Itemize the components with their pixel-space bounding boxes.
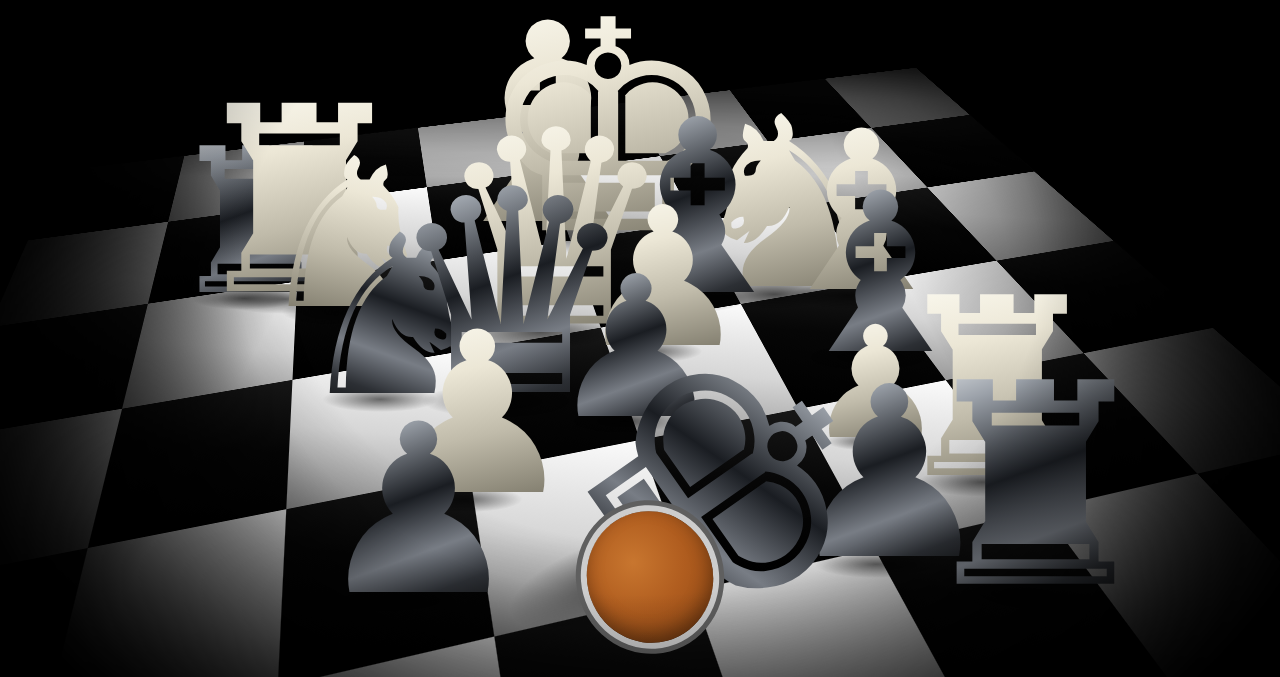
chess-photo-scene: ♜♜♞♞♝♚♛♛♟♝♟♞♝♝♟♜♟♟♟♜♚ xyxy=(0,0,1280,677)
black-rook-glyph: ♜ xyxy=(910,347,1161,627)
black-pawn-glyph: ♟ xyxy=(313,393,524,628)
pieces-layer: ♜♜♞♞♝♚♛♛♟♝♟♞♝♝♟♜♟♟♟♜♚ xyxy=(0,0,1280,677)
